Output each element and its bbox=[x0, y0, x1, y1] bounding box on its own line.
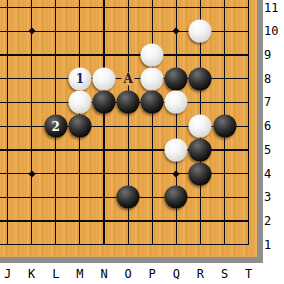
stone-white-P8 bbox=[141, 67, 164, 90]
stone-black-L6: 2 bbox=[44, 115, 67, 138]
coord-label-bottom-Q: Q bbox=[173, 267, 180, 281]
coord-label-right-2: 2 bbox=[264, 214, 271, 228]
stone-black-R5 bbox=[189, 138, 212, 161]
gridline-row-2 bbox=[0, 220, 249, 221]
gridline-row-1 bbox=[0, 244, 249, 245]
board-edge-shadow-right bbox=[257, 0, 263, 263]
coord-label-right-11: 11 bbox=[264, 1, 278, 15]
stone-black-Q3 bbox=[165, 186, 188, 209]
coord-label-bottom-R: R bbox=[197, 267, 204, 281]
stone-white-M7 bbox=[68, 91, 91, 114]
gridline-row-9 bbox=[0, 54, 249, 55]
coord-label-bottom-N: N bbox=[100, 267, 107, 281]
coord-label-bottom-T: T bbox=[245, 267, 252, 281]
gridline-col-T bbox=[248, 0, 249, 245]
coord-label-right-7: 7 bbox=[264, 95, 271, 109]
stone-white-R6 bbox=[189, 115, 212, 138]
go-board[interactable]: A12 bbox=[0, 0, 258, 258]
star-point-K4 bbox=[28, 170, 35, 177]
coord-label-right-9: 9 bbox=[264, 48, 271, 62]
coord-label-right-10: 10 bbox=[264, 24, 278, 38]
stone-black-O3 bbox=[117, 186, 140, 209]
gridline-col-N bbox=[103, 0, 104, 245]
coord-label-bottom-S: S bbox=[221, 267, 228, 281]
gridline-col-J bbox=[7, 0, 8, 245]
stone-white-P9 bbox=[141, 44, 164, 67]
stone-white-R10 bbox=[189, 20, 212, 43]
coord-label-bottom-P: P bbox=[149, 267, 156, 281]
stone-black-O7 bbox=[117, 91, 140, 114]
stone-black-S6 bbox=[213, 115, 236, 138]
coord-label-bottom-J: J bbox=[4, 267, 11, 281]
star-point-K10 bbox=[28, 28, 35, 35]
coord-label-bottom-L: L bbox=[52, 267, 59, 281]
star-point-Q4 bbox=[173, 170, 180, 177]
coord-label-bottom-M: M bbox=[76, 267, 83, 281]
coord-label-right-6: 6 bbox=[264, 119, 271, 133]
stone-black-N7 bbox=[93, 91, 116, 114]
stone-black-Q8 bbox=[165, 67, 188, 90]
coord-label-right-8: 8 bbox=[264, 72, 271, 86]
coord-label-right-5: 5 bbox=[264, 143, 271, 157]
coord-label-right-4: 4 bbox=[264, 167, 271, 181]
stone-black-M6 bbox=[68, 115, 91, 138]
star-point-Q10 bbox=[173, 28, 180, 35]
stone-black-R8 bbox=[189, 67, 212, 90]
coord-label-bottom-O: O bbox=[124, 267, 131, 281]
gridline-col-P bbox=[152, 0, 153, 245]
gridline-row-11 bbox=[0, 7, 249, 8]
stone-white-N8 bbox=[93, 67, 116, 90]
board-edge-shadow-bottom bbox=[0, 257, 263, 263]
annotation-A-O8: A bbox=[122, 72, 135, 85]
coord-label-right-3: 3 bbox=[264, 190, 271, 204]
stone-black-R4 bbox=[189, 162, 212, 185]
stone-white-M8: 1 bbox=[68, 67, 91, 90]
stone-white-Q7 bbox=[165, 91, 188, 114]
coord-label-right-1: 1 bbox=[264, 238, 271, 252]
coord-label-bottom-K: K bbox=[28, 267, 35, 281]
stone-black-P7 bbox=[141, 91, 164, 114]
gridline-col-K bbox=[31, 0, 32, 245]
stone-white-Q5 bbox=[165, 138, 188, 161]
go-board-diagram: A12 JKLMNOPQRST1110987654321 bbox=[0, 0, 284, 284]
